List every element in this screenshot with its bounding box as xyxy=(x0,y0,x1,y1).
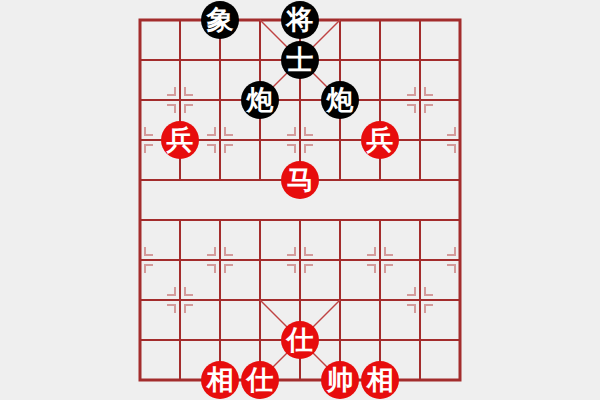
piece-red-horse[interactable]: 马 xyxy=(281,161,319,199)
piece-black-advisor[interactable]: 士 xyxy=(281,41,319,79)
piece-red-pawn[interactable]: 兵 xyxy=(361,121,399,159)
xiangqi-board[interactable]: 象将士炮炮兵兵马仕相仕帅相 xyxy=(120,0,480,400)
piece-red-advisor[interactable]: 仕 xyxy=(241,361,279,399)
xiangqi-screen: 象将士炮炮兵兵马仕相仕帅相 xyxy=(0,0,600,400)
piece-red-advisor[interactable]: 仕 xyxy=(281,321,319,359)
piece-red-elephant[interactable]: 相 xyxy=(361,361,399,399)
piece-red-pawn[interactable]: 兵 xyxy=(161,121,199,159)
piece-black-elephant[interactable]: 象 xyxy=(201,1,239,39)
piece-black-cannon[interactable]: 炮 xyxy=(241,81,279,119)
piece-black-general[interactable]: 将 xyxy=(281,1,319,39)
piece-red-general[interactable]: 帅 xyxy=(321,361,359,399)
piece-black-cannon[interactable]: 炮 xyxy=(321,81,359,119)
piece-red-elephant[interactable]: 相 xyxy=(201,361,239,399)
